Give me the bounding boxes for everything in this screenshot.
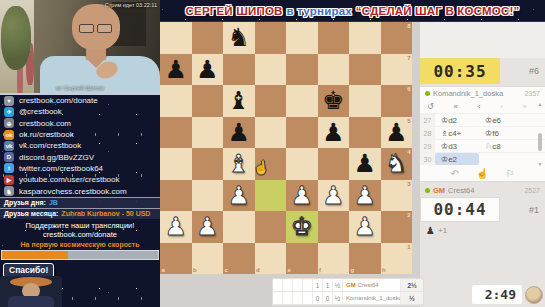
piece-wp-a2[interactable]: ♟ <box>165 214 187 239</box>
square-e5[interactable] <box>286 117 318 149</box>
step-forward-icon[interactable]: › <box>500 102 503 111</box>
piece-bp-b7[interactable]: ♟ <box>196 57 218 82</box>
twitter-icon: t <box>4 163 14 173</box>
square-f3[interactable]: ♟ <box>318 180 350 212</box>
square-a2[interactable]: ♟ <box>160 211 192 243</box>
piece-wp-g3[interactable]: ♟ <box>354 183 376 208</box>
square-f7[interactable] <box>318 54 350 86</box>
score-result-cell: 1 <box>323 279 333 291</box>
coord-file-b: b <box>193 267 197 273</box>
score-empty-cell <box>273 292 283 304</box>
clock-white: 00:44 <box>420 197 500 222</box>
sidebar-link-website: ⊕crestbook.com <box>0 118 160 129</box>
square-g5[interactable] <box>349 117 381 149</box>
piece-bp-g4[interactable]: ♟ <box>354 151 376 176</box>
square-g4[interactable]: ♟ <box>349 148 381 180</box>
friends-of-month-value: Zuhrab Kurbanov - 50 USD <box>61 210 150 217</box>
move-black[interactable]: ♔f6 <box>479 127 523 139</box>
takeback-icon[interactable]: ↶ <box>451 168 459 179</box>
square-h6[interactable]: 6 <box>381 85 413 117</box>
square-f2[interactable] <box>318 211 350 243</box>
sidebar-link-discord: Ddiscord.gg/BBvZZGV <box>0 151 160 162</box>
friends-of-day-bar: Друзья дня: JB <box>0 197 160 208</box>
scroll-down-icon[interactable]: ▼ <box>538 161 543 167</box>
glasses-left-lens <box>79 24 94 33</box>
square-b8[interactable] <box>192 22 224 54</box>
coord-file-g: g <box>351 267 355 273</box>
score-result-cell: 0 <box>323 292 333 304</box>
square-d1[interactable]: d <box>255 243 287 275</box>
piece-wb-c4[interactable]: ♝ <box>228 151 250 176</box>
material-count: +1 <box>438 226 447 235</box>
square-g2[interactable]: ♟ <box>349 211 381 243</box>
square-a3[interactable] <box>160 180 192 212</box>
scroll-up-icon[interactable]: ▲ <box>538 101 543 107</box>
support-line3: На первую космическую скорость <box>0 240 160 249</box>
sidebar-link-kasparovchess: ♞kasparovchess.crestbook.com <box>0 185 160 196</box>
coord-rank-3: 3 <box>407 181 410 187</box>
square-h2[interactable]: 2 <box>381 211 413 243</box>
banner-streamer-name: СЕРГЕЙ ШИПОВ <box>186 5 283 17</box>
square-b2[interactable]: ♟ <box>192 211 224 243</box>
piece-bk-f6[interactable]: ♚ <box>322 88 344 113</box>
vk-icon: vk <box>4 141 14 151</box>
piece-bp-h5[interactable]: ♟ <box>385 120 407 145</box>
square-h3[interactable]: 3 <box>381 180 413 212</box>
square-c5[interactable]: ♟ <box>223 117 255 149</box>
score-empty-cell <box>273 279 283 291</box>
piece-wp-f3[interactable]: ♟ <box>322 183 344 208</box>
coord-rank-1: 1 <box>407 244 410 250</box>
score-player-name: Komandnik_1_doska <box>343 292 401 304</box>
website-icon: ⊕ <box>4 118 14 128</box>
square-g8[interactable] <box>349 22 381 54</box>
mouse-cursor-hand-icon: ☝ <box>252 159 270 176</box>
stream-screen: Стрим идет 03:22:11 мг Сергей Шипов СЕРГ… <box>0 0 545 307</box>
move-row-28: 28♗c4+♔f6 <box>420 126 545 139</box>
link-label: vk.com/crestbook <box>19 141 81 150</box>
glasses-right-lens <box>97 24 112 33</box>
player-black-rating: 2357 <box>524 90 540 97</box>
square-e2[interactable]: ♚ <box>286 211 318 243</box>
score-empty-cell <box>303 292 313 304</box>
coord-file-a: a <box>162 267 165 273</box>
mascot-photo <box>0 276 62 307</box>
square-a5[interactable] <box>160 117 192 149</box>
move-list-scrollbar[interactable]: ▲ ▼ <box>536 101 544 167</box>
square-b4[interactable] <box>192 148 224 180</box>
square-h5[interactable]: ♟5 <box>381 117 413 149</box>
square-f1[interactable]: f <box>318 243 350 275</box>
coord-rank-4: 4 <box>407 149 410 155</box>
coord-rank-2: 2 <box>407 212 410 218</box>
material-advantage: ♟ +1 <box>420 225 545 236</box>
support-line1: Поддержите наши трансляции! <box>0 221 160 231</box>
score-empty-cell <box>293 292 303 304</box>
resign-flag-icon[interactable]: ⚐ <box>505 168 514 179</box>
game-actions: ↶☝⚐ <box>420 165 545 181</box>
score-table: 11½GMCrest642½00½Komandnik_1_doska½ <box>272 278 424 306</box>
square-f4[interactable] <box>318 148 350 180</box>
move-white[interactable]: ♔d2 <box>435 114 479 126</box>
friends-of-day-value: JB <box>49 199 58 206</box>
banner-tournament-name: “СДЕЛАЙ ШАГ В КОСМОС!” <box>356 5 520 17</box>
square-c8[interactable]: ♞ <box>223 22 255 54</box>
discord-icon: D <box>4 152 14 162</box>
square-e7[interactable] <box>286 54 318 86</box>
score-total: 2½ <box>401 279 423 291</box>
square-e3[interactable]: ♟ <box>286 180 318 212</box>
webcam-video: Стрим идет 03:22:11 мг Сергей Шипов <box>0 0 160 93</box>
player-row-black: Komandnik_1_doska 2357 <box>420 87 545 100</box>
square-e6[interactable] <box>286 85 318 117</box>
square-c3[interactable]: ♟ <box>223 180 255 212</box>
square-a7[interactable]: ♟ <box>160 54 192 86</box>
square-c1[interactable]: c <box>223 243 255 275</box>
score-total: ½ <box>401 292 423 304</box>
move-black[interactable]: ♘c8 <box>479 140 523 152</box>
square-b7[interactable]: ♟ <box>192 54 224 86</box>
square-g6[interactable] <box>349 85 381 117</box>
sidebar-link-telegram: ✈@crestbook <box>0 106 160 117</box>
progress-fill <box>2 251 68 259</box>
move-white[interactable]: ♔d3 <box>435 140 479 152</box>
move-black[interactable] <box>479 153 523 165</box>
pawn-icon: ♟ <box>426 225 435 236</box>
donation-progress-bar <box>2 251 158 259</box>
score-empty-cell <box>303 279 313 291</box>
coord-rank-5: 5 <box>407 118 410 124</box>
online-dot-icon <box>425 188 430 193</box>
square-d2[interactable] <box>255 211 287 243</box>
move-white[interactable]: ♗c4+ <box>435 127 479 139</box>
move-row-27: 27♔d2♔e6 <box>420 113 545 126</box>
square-g3[interactable]: ♟ <box>349 180 381 212</box>
friends-of-month-label: Друзья месяца: <box>4 210 58 217</box>
square-h1[interactable]: h1 <box>381 243 413 275</box>
piece-wp-b2[interactable]: ♟ <box>196 214 218 239</box>
panel-top-spacer <box>420 22 545 58</box>
score-empty-cell <box>283 279 293 291</box>
plant-decor <box>1 6 31 70</box>
square-a6[interactable] <box>160 85 192 117</box>
score-result-cell: ½ <box>333 279 343 291</box>
sidebar-link-vk: vkvk.com/crestbook <box>0 140 160 151</box>
square-h4[interactable]: ♞4 <box>381 148 413 180</box>
link-label: ok.ru/crestbook <box>19 130 74 139</box>
analysis-loop-icon[interactable]: ↺ <box>427 102 434 111</box>
friends-of-day-label: Друзья дня: <box>4 199 46 206</box>
piece-bb-c6[interactable]: ♝ <box>228 88 250 113</box>
kasparovchess-icon: ♞ <box>4 186 14 196</box>
piece-wn-h4[interactable]: ♞ <box>385 151 407 176</box>
youtube-icon: ▶ <box>4 175 14 185</box>
player-white-rating: 2527 <box>524 187 540 194</box>
piece-bp-a7[interactable]: ♟ <box>165 57 187 82</box>
square-c7[interactable] <box>223 54 255 86</box>
score-result-cell: 1 <box>313 279 323 291</box>
sidebar-link-youtube: ▶youtube.com/user/crestbook <box>0 174 160 185</box>
donate-icon: ♥ <box>4 96 14 106</box>
link-label: crestbook.com/donate <box>19 96 98 105</box>
coord-file-e: e <box>288 267 291 273</box>
link-label: @crestbook <box>19 107 62 116</box>
man-body <box>8 296 54 307</box>
square-c6[interactable]: ♝ <box>223 85 255 117</box>
move-row-29: 29♔d3♘c8 <box>420 139 545 152</box>
coord-file-d: d <box>256 267 260 273</box>
score-empty-cell <box>283 292 293 304</box>
coord-file-c: c <box>225 267 228 273</box>
square-h8[interactable]: 8 <box>381 22 413 54</box>
streamer-watermark: мг Сергей Шипов <box>0 85 160 91</box>
square-a8[interactable] <box>160 22 192 54</box>
move-number: 28 <box>420 127 435 139</box>
square-c2[interactable] <box>223 211 255 243</box>
chess-board: ♞8♟♟7♝♚6♟♟♟5♝♟♞4♟♟♟♟3♟♟♚♟2abcdefgh1 <box>160 22 412 274</box>
board-number-top: #6 <box>529 66 545 76</box>
link-label: twitter.com/crestbook64 <box>19 164 103 173</box>
square-c4[interactable]: ♝ <box>223 148 255 180</box>
telegram-icon: ✈ <box>4 107 14 117</box>
scrollbar-thumb[interactable] <box>538 133 542 151</box>
sidebar-link-donate: ♥crestbook.com/donate <box>0 95 160 106</box>
score-player: Komandnik_1_doska <box>346 295 401 301</box>
piece-bp-c5[interactable]: ♟ <box>228 120 250 145</box>
piece-wp-c3[interactable]: ♟ <box>228 183 250 208</box>
support-line2: crestbook.com/donate <box>0 230 160 240</box>
square-a1[interactable]: a <box>160 243 192 275</box>
square-d7[interactable] <box>255 54 287 86</box>
move-card: Komandnik_1_doska 2357 ↺«‹›» 27♔d2♔e628♗… <box>420 86 545 182</box>
score-player-title: GM <box>346 282 356 288</box>
score-player-name: GMCrest64 <box>343 279 401 291</box>
ok-icon: ok <box>4 130 14 140</box>
coord-rank-7: 7 <box>407 55 410 61</box>
square-b3[interactable] <box>192 180 224 212</box>
square-d5[interactable] <box>255 117 287 149</box>
square-d8[interactable] <box>255 22 287 54</box>
link-label: crestbook.com <box>19 119 71 128</box>
sidebar-link-twitter: ttwitter.com/crestbook64 <box>0 163 160 174</box>
piece-wk-e2[interactable]: ♚ <box>291 214 313 239</box>
stream-title-banner: СЕРГЕЙ ШИПОВ в турнирах “СДЕЛАЙ ШАГ В КО… <box>160 0 545 22</box>
move-list: 27♔d2♔e628♗c4+♔f629♔d3♘c830♔e2 <box>420 113 545 165</box>
piece-bp-f5[interactable]: ♟ <box>322 120 344 145</box>
social-links-panel: ♥crestbook.com/donate✈@crestbook⊕crestbo… <box>0 93 160 307</box>
move-row-30: 30♔e2 <box>420 152 545 165</box>
move-number: 30 <box>420 153 435 165</box>
coord-rank-6: 6 <box>407 86 410 92</box>
skip-to-end-icon[interactable]: » <box>523 102 527 111</box>
score-result-cell: ½ <box>333 292 343 304</box>
move-number: 27 <box>420 114 435 126</box>
square-b6[interactable] <box>192 85 224 117</box>
player-white-title: GM <box>433 186 445 195</box>
coord-file-h: h <box>382 267 386 273</box>
avatar <box>525 286 543 304</box>
stream-duration: Стрим идет 03:22:11 <box>105 2 157 8</box>
clock-row-bottom: 00:44 #1 <box>420 197 545 222</box>
square-h7[interactable]: 7 <box>381 54 413 86</box>
player-black-name: Komandnik_1_doska <box>433 89 503 98</box>
square-e4[interactable] <box>286 148 318 180</box>
square-a4[interactable] <box>160 148 192 180</box>
score-row-1: 11½GMCrest642½ <box>273 279 423 292</box>
stream-timer-widget: 2:49 <box>472 285 543 304</box>
square-f6[interactable]: ♚ <box>318 85 350 117</box>
clock-black: 00:35 <box>420 58 500 84</box>
square-g1[interactable]: g <box>349 243 381 275</box>
coord-file-f: f <box>319 267 321 273</box>
square-f8[interactable] <box>318 22 350 54</box>
countdown-timer: 2:49 <box>472 285 522 304</box>
clock-row-top: 00:35 #6 <box>420 58 545 84</box>
square-b5[interactable] <box>192 117 224 149</box>
banner-middle-text: в турнирах <box>287 5 352 17</box>
square-d3[interactable] <box>255 180 287 212</box>
square-d6[interactable] <box>255 85 287 117</box>
square-e1[interactable]: e <box>286 243 318 275</box>
move-white[interactable]: ♔e2 <box>435 153 479 165</box>
link-label: kasparovchess.crestbook.com <box>19 187 127 196</box>
draw-offer-icon[interactable]: ☝ <box>476 168 488 179</box>
piece-bn-c8[interactable]: ♞ <box>228 25 250 50</box>
game-panel: 00:35 #6 Komandnik_1_doska 2357 ↺«‹›» 27… <box>420 22 545 307</box>
square-b1[interactable]: b <box>192 243 224 275</box>
player-row-white: GM Crest64 2527 <box>420 184 545 197</box>
piece-wp-e3[interactable]: ♟ <box>291 183 313 208</box>
online-dot-icon <box>425 91 430 96</box>
friends-of-month-bar: Друзья месяца: Zuhrab Kurbanov - 50 USD <box>0 208 160 219</box>
square-f5[interactable]: ♟ <box>318 117 350 149</box>
score-empty-cell <box>293 279 303 291</box>
link-label: discord.gg/BBvZZGV <box>19 153 94 162</box>
skip-to-start-icon[interactable]: « <box>453 102 457 111</box>
score-player: Crest64 <box>358 282 379 288</box>
sidebar-link-ok: okok.ru/crestbook <box>0 129 160 140</box>
coord-rank-8: 8 <box>407 23 410 29</box>
square-g7[interactable] <box>349 54 381 86</box>
board-number-bottom: #1 <box>529 205 545 215</box>
piece-wp-g2[interactable]: ♟ <box>354 214 376 239</box>
player-white-name: Crest64 <box>448 186 474 195</box>
score-result-cell: 0 <box>313 292 323 304</box>
square-e8[interactable] <box>286 22 318 54</box>
move-black[interactable]: ♔e6 <box>479 114 523 126</box>
social-links: ♥crestbook.com/donate✈@crestbook⊕crestbo… <box>0 95 160 197</box>
score-row-2: 00½Komandnik_1_doska½ <box>273 292 423 305</box>
step-back-icon[interactable]: ‹ <box>478 102 481 111</box>
move-nav-controls: ↺«‹›» <box>420 100 545 113</box>
move-number: 29 <box>420 140 435 152</box>
support-text: Поддержите наши трансляции! crestbook.co… <box>0 221 160 250</box>
link-label: youtube.com/user/crestbook <box>19 175 120 184</box>
